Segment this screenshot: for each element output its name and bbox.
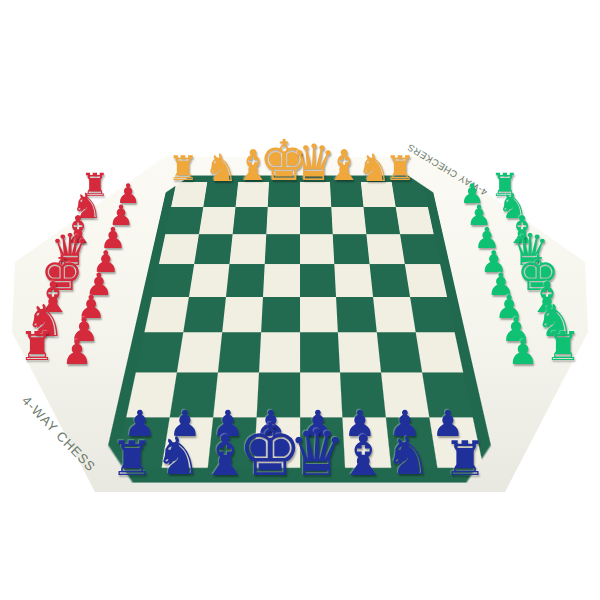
blue-rook-piece[interactable]: ♜	[443, 434, 486, 482]
green-pawn-piece[interactable]: ♟	[508, 335, 538, 369]
blue-knight-piece[interactable]: ♞	[155, 430, 202, 482]
four-way-chess-photo: 4-WAY CHESS 4-WAY CHECKERS ♜♜♞♝♚♛♝♞♜♜♟♟♞…	[0, 0, 600, 600]
blue-bishop-piece[interactable]: ♝	[338, 428, 388, 484]
yellow-knight-piece[interactable]: ♞	[204, 149, 238, 187]
yellow-rook-piece[interactable]: ♜	[168, 151, 198, 185]
pieces-layer: ♜♜♞♝♚♛♝♞♜♜♟♟♞♞♟♟♝♝♟♟♛♛♟♟♚♚♟♟♝♝♟♟♞♞♟♟♜♜♟♟…	[0, 0, 600, 600]
blue-knight-piece[interactable]: ♞	[385, 430, 432, 482]
red-rook-piece[interactable]: ♜	[19, 326, 55, 366]
yellow-knight-piece[interactable]: ♞	[357, 149, 391, 187]
green-rook-piece[interactable]: ♜	[545, 326, 581, 366]
blue-rook-piece[interactable]: ♜	[110, 434, 153, 482]
red-pawn-piece[interactable]: ♟	[62, 335, 92, 369]
